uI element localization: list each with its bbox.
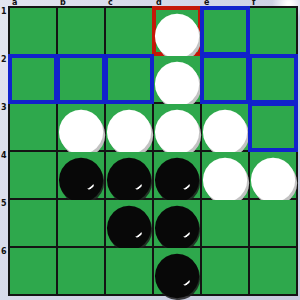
- column-label-f: f: [252, 0, 255, 6]
- cell-e1[interactable]: [202, 8, 248, 54]
- cell-e5[interactable]: [202, 200, 248, 246]
- white-disc: ●: [202, 152, 248, 198]
- cell-b4[interactable]: ●: [58, 152, 104, 198]
- cell-f5[interactable]: [250, 200, 296, 246]
- cell-c5[interactable]: ●: [106, 200, 152, 246]
- column-label-e: e: [204, 0, 209, 6]
- black-disc: ●: [154, 248, 200, 294]
- cell-a1[interactable]: [10, 8, 56, 54]
- cell-a5[interactable]: [10, 200, 56, 246]
- column-label-b: b: [60, 0, 66, 6]
- cell-e6[interactable]: [202, 248, 248, 294]
- cell-a6[interactable]: [10, 248, 56, 294]
- column-label-d: d: [156, 0, 162, 6]
- cell-c6[interactable]: [106, 248, 152, 294]
- column-label-a: a: [12, 0, 17, 6]
- row-label-3: 3: [1, 104, 7, 112]
- white-disc: ●: [250, 152, 296, 198]
- row-label-4: 4: [1, 152, 7, 160]
- cell-b5[interactable]: [58, 200, 104, 246]
- cell-e4[interactable]: ●: [202, 152, 248, 198]
- column-label-c: c: [108, 0, 113, 6]
- cell-b6[interactable]: [58, 248, 104, 294]
- cell-f6[interactable]: [250, 248, 296, 294]
- row-label-6: 6: [1, 248, 7, 256]
- cell-a4[interactable]: [10, 152, 56, 198]
- cell-f4[interactable]: ●: [250, 152, 296, 198]
- cell-a3[interactable]: [10, 104, 56, 150]
- row-label-5: 5: [1, 200, 7, 208]
- cell-f2[interactable]: [250, 56, 296, 102]
- black-disc: ●: [58, 152, 104, 198]
- black-disc: ●: [106, 200, 152, 246]
- cell-d6[interactable]: ●: [154, 248, 200, 294]
- othello-board: ●●●●●●●●●●●●●●: [8, 6, 298, 296]
- cell-a2[interactable]: [10, 56, 56, 102]
- cell-c1[interactable]: [106, 8, 152, 54]
- cell-f1[interactable]: [250, 8, 296, 54]
- othello-app-window: ●●●●●●●●●●●●●● abcdef123456: [0, 0, 300, 300]
- cell-b1[interactable]: [58, 8, 104, 54]
- row-label-1: 1: [1, 8, 7, 16]
- row-label-2: 2: [1, 56, 7, 64]
